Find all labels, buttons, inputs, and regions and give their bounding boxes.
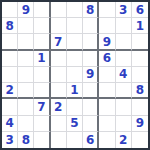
sudoku-cell-r6c4[interactable] [51,83,67,99]
sudoku-cell-r8c7[interactable] [99,116,115,132]
sudoku-cell-r2c4[interactable] [51,18,67,34]
sudoku-cell-r5c4[interactable] [51,67,67,83]
sudoku-cell-r8c1[interactable]: 4 [2,116,18,132]
sudoku-cell-r2c2[interactable] [18,18,34,34]
sudoku-cell-r3c7[interactable]: 9 [99,34,115,50]
sudoku-cell-r7c8[interactable] [116,99,132,115]
sudoku-cell-r1c9[interactable]: 6 [132,2,148,18]
sudoku-cell-r8c2[interactable] [18,116,34,132]
sudoku-cell-r5c3[interactable] [34,67,50,83]
sudoku-board: 983681791694218724593862 [0,0,150,150]
sudoku-cell-r7c9[interactable] [132,99,148,115]
sudoku-cell-r3c8[interactable] [116,34,132,50]
sudoku-cell-r1c3[interactable] [34,2,50,18]
sudoku-cell-r5c2[interactable] [18,67,34,83]
sudoku-cell-r1c8[interactable]: 3 [116,2,132,18]
sudoku-cell-r5c5[interactable] [67,67,83,83]
sudoku-cell-r5c6[interactable]: 9 [83,67,99,83]
sudoku-cell-r2c7[interactable] [99,18,115,34]
sudoku-cell-r9c3[interactable] [34,132,50,148]
sudoku-cell-r8c3[interactable] [34,116,50,132]
sudoku-cell-r8c6[interactable] [83,116,99,132]
sudoku-cell-r1c2[interactable]: 9 [18,2,34,18]
sudoku-cell-r6c2[interactable] [18,83,34,99]
sudoku-cell-r7c3[interactable]: 7 [34,99,50,115]
sudoku-cell-r7c7[interactable] [99,99,115,115]
sudoku-cell-r7c1[interactable] [2,99,18,115]
sudoku-cell-r3c3[interactable] [34,34,50,50]
sudoku-cell-r9c1[interactable]: 3 [2,132,18,148]
sudoku-cell-r7c2[interactable] [18,99,34,115]
sudoku-cell-r6c7[interactable] [99,83,115,99]
sudoku-cell-r5c9[interactable] [132,67,148,83]
sudoku-cell-r4c3[interactable]: 1 [34,51,50,67]
sudoku-cell-r2c3[interactable] [34,18,50,34]
sudoku-cell-r8c4[interactable] [51,116,67,132]
sudoku-cell-r3c4[interactable]: 7 [51,34,67,50]
sudoku-cell-r5c8[interactable]: 4 [116,67,132,83]
sudoku-cell-r4c7[interactable]: 6 [99,51,115,67]
sudoku-cell-r4c4[interactable] [51,51,67,67]
sudoku-cell-r4c1[interactable] [2,51,18,67]
sudoku-cell-r2c9[interactable]: 1 [132,18,148,34]
sudoku-cell-r2c8[interactable] [116,18,132,34]
sudoku-cell-r4c9[interactable] [132,51,148,67]
sudoku-cell-r1c7[interactable] [99,2,115,18]
sudoku-cell-r6c5[interactable]: 1 [67,83,83,99]
sudoku-cell-r5c7[interactable] [99,67,115,83]
sudoku-cell-r3c6[interactable] [83,34,99,50]
sudoku-cell-r3c9[interactable] [132,34,148,50]
sudoku-cell-r9c4[interactable] [51,132,67,148]
sudoku-cell-r9c9[interactable] [132,132,148,148]
sudoku-cell-r8c8[interactable] [116,116,132,132]
sudoku-cell-r4c6[interactable] [83,51,99,67]
sudoku-cell-r1c1[interactable] [2,2,18,18]
sudoku-cell-r2c6[interactable] [83,18,99,34]
sudoku-cell-r3c2[interactable] [18,34,34,50]
sudoku-cell-r1c6[interactable]: 8 [83,2,99,18]
sudoku-cell-r9c8[interactable]: 2 [116,132,132,148]
sudoku-cell-r7c6[interactable] [83,99,99,115]
sudoku-cell-r6c6[interactable] [83,83,99,99]
sudoku-cell-r4c2[interactable] [18,51,34,67]
sudoku-cell-r9c5[interactable] [67,132,83,148]
sudoku-cell-r3c1[interactable] [2,34,18,50]
sudoku-cell-r6c3[interactable] [34,83,50,99]
sudoku-cell-r7c5[interactable] [67,99,83,115]
sudoku-cell-r6c8[interactable] [116,83,132,99]
sudoku-cell-r9c7[interactable] [99,132,115,148]
sudoku-cell-r3c5[interactable] [67,34,83,50]
sudoku-cell-r2c5[interactable] [67,18,83,34]
sudoku-cell-r1c5[interactable] [67,2,83,18]
sudoku-cell-r9c6[interactable]: 6 [83,132,99,148]
sudoku-cell-r6c1[interactable]: 2 [2,83,18,99]
sudoku-cell-r4c5[interactable] [67,51,83,67]
sudoku-cell-r6c9[interactable]: 8 [132,83,148,99]
sudoku-cell-r7c4[interactable]: 2 [51,99,67,115]
sudoku-cell-r4c8[interactable] [116,51,132,67]
sudoku-cell-r2c1[interactable]: 8 [2,18,18,34]
sudoku-cell-r8c9[interactable]: 9 [132,116,148,132]
sudoku-cell-r8c5[interactable]: 5 [67,116,83,132]
sudoku-cell-r1c4[interactable] [51,2,67,18]
sudoku-cell-r9c2[interactable]: 8 [18,132,34,148]
sudoku-cell-r5c1[interactable] [2,67,18,83]
